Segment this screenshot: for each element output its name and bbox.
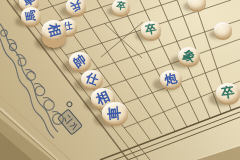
piece-green-soldier-3[interactable]: 卒 (216, 83, 240, 104)
piece-blue-horse-far[interactable]: 馬 (21, 7, 41, 24)
piece-green-elephant[interactable]: 象 (178, 47, 200, 66)
piece-character: 卒 (215, 81, 240, 105)
piece-green-soldier-1[interactable]: 卒 (112, 0, 130, 15)
piece-blue-elephant-far[interactable]: 相 (42, 20, 66, 41)
piece-character: 卒 (111, 0, 131, 16)
piece-character: 馬 (21, 5, 41, 28)
xiangqi-board-photo: 車兵卒馬仕相卒象帥仕炮卒相車 (0, 0, 240, 160)
piece-blue-soldier-top[interactable]: 兵 (66, 0, 86, 15)
piece-blue-chariot-near[interactable]: 車 (102, 102, 128, 124)
piece-green-soldier-2[interactable]: 卒 (141, 21, 161, 38)
piece-blank-disc-right[interactable] (214, 22, 232, 37)
piece-blue-advisor-near[interactable]: 仕 (81, 70, 103, 89)
piece-character: 車 (103, 99, 128, 127)
piece-blue-cannon[interactable]: 炮 (160, 70, 182, 89)
